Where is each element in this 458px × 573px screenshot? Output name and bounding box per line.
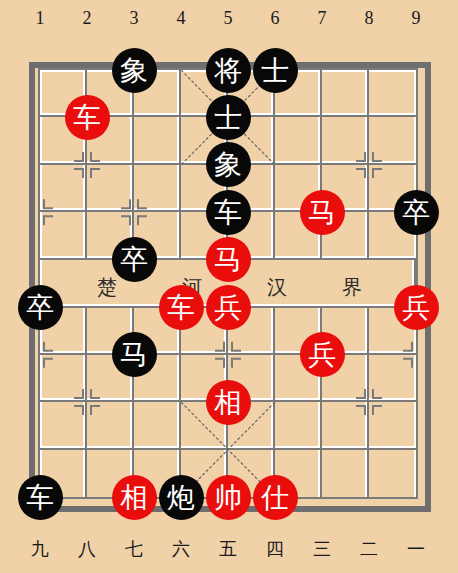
- file-label-bottom: 一: [403, 537, 429, 561]
- board-cell: [40, 212, 87, 259]
- piece-red-shi[interactable]: 仕: [253, 475, 298, 520]
- file-label-bottom: 二: [356, 537, 382, 561]
- file-label-top: 9: [403, 6, 429, 30]
- board-cell: [87, 165, 134, 212]
- file-label-top: 7: [309, 6, 335, 30]
- piece-red-xiang[interactable]: 相: [112, 475, 157, 520]
- board-cell: [40, 355, 87, 402]
- file-label-top: 3: [121, 6, 147, 30]
- board-cell: [134, 402, 181, 449]
- board-cell: [369, 70, 416, 117]
- piece-black-jiang[interactable]: 将: [206, 48, 251, 93]
- board-cell: [275, 402, 322, 449]
- piece-black-pao[interactable]: 炮: [159, 475, 204, 520]
- file-label-bottom: 六: [168, 537, 194, 561]
- board-cell: [134, 165, 181, 212]
- piece-red-bing[interactable]: 兵: [300, 332, 345, 377]
- file-label-top: 2: [74, 6, 100, 30]
- river-text: 楚: [94, 275, 120, 299]
- piece-red-ma[interactable]: 马: [300, 190, 345, 235]
- file-label-bottom: 三: [309, 537, 335, 561]
- piece-black-zu[interactable]: 卒: [112, 237, 157, 282]
- file-label-top: 1: [27, 6, 53, 30]
- board-cell: [134, 117, 181, 164]
- river-text: 界: [339, 275, 365, 299]
- file-label-bottom: 五: [215, 537, 241, 561]
- board-cell: [322, 70, 369, 117]
- piece-black-ju[interactable]: 车: [18, 475, 63, 520]
- piece-black-ju[interactable]: 车: [206, 190, 251, 235]
- file-label-bottom: 四: [262, 537, 288, 561]
- board-cell: [369, 355, 416, 402]
- piece-black-shi[interactable]: 士: [253, 48, 298, 93]
- piece-red-ju[interactable]: 车: [159, 285, 204, 330]
- piece-black-xiang[interactable]: 象: [206, 142, 251, 187]
- xiangqi-board-screen: 123456789 楚河汉界 象将士车士象车马卒卒马卒车兵兵马兵相车相炮帅仕 九…: [0, 0, 458, 573]
- piece-red-ma[interactable]: 马: [206, 237, 251, 282]
- piece-black-ma[interactable]: 马: [112, 332, 157, 377]
- piece-red-bing[interactable]: 兵: [206, 285, 251, 330]
- file-label-top: 5: [215, 6, 241, 30]
- piece-black-xiang[interactable]: 象: [112, 48, 157, 93]
- file-label-bottom: 八: [74, 537, 100, 561]
- piece-black-zu[interactable]: 卒: [18, 285, 63, 330]
- piece-red-xiang[interactable]: 相: [206, 380, 251, 425]
- piece-red-bing[interactable]: 兵: [394, 285, 439, 330]
- file-label-bottom: 七: [121, 537, 147, 561]
- piece-black-zu[interactable]: 卒: [394, 190, 439, 235]
- board-cell: [87, 402, 134, 449]
- file-label-top: 4: [168, 6, 194, 30]
- board-cell: [40, 165, 87, 212]
- file-label-top: 6: [262, 6, 288, 30]
- file-label-bottom: 九: [27, 537, 53, 561]
- board-cell: [369, 402, 416, 449]
- file-label-top: 8: [356, 6, 382, 30]
- river-text: 汉: [264, 275, 290, 299]
- board-cell: [322, 402, 369, 449]
- board-cell: [369, 450, 416, 497]
- board-cell: [40, 402, 87, 449]
- board-cell: [322, 117, 369, 164]
- piece-black-shi[interactable]: 士: [206, 95, 251, 140]
- piece-red-ju[interactable]: 车: [65, 95, 110, 140]
- board-cell: [322, 450, 369, 497]
- board-cell: [369, 117, 416, 164]
- piece-red-shuai[interactable]: 帅: [206, 475, 251, 520]
- board-cell: [275, 117, 322, 164]
